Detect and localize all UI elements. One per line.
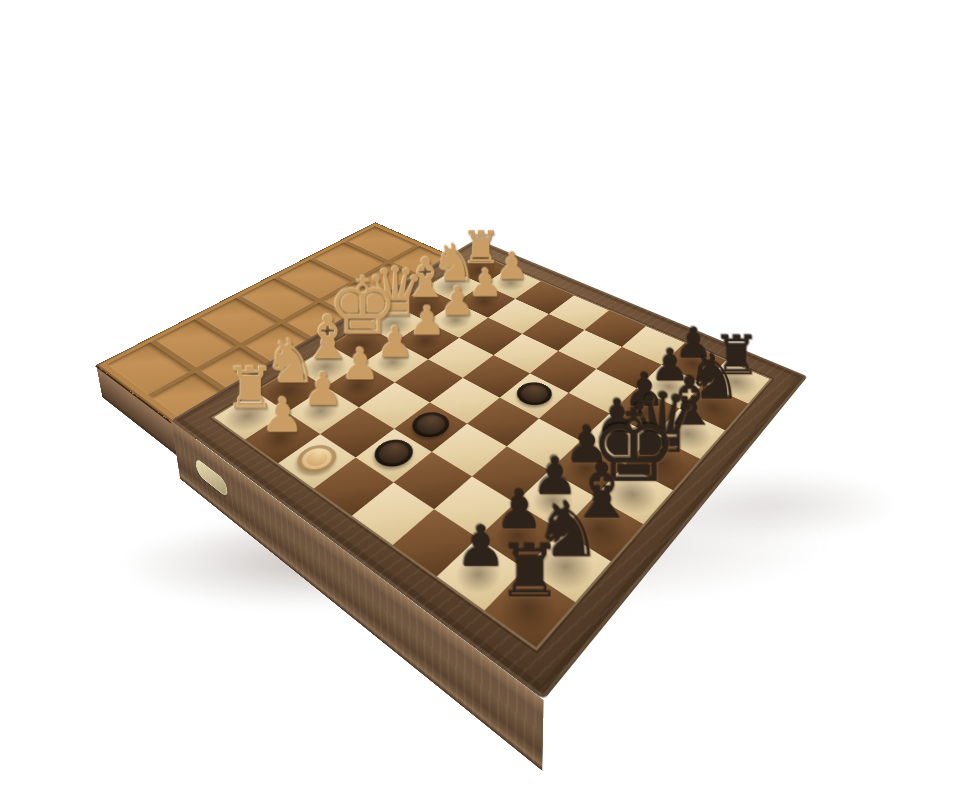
scene-3d: ♜♞♝♛♚♝♞♜♟♟♟♟♟♟♟♟♟♟♟♟♟♟♟♟♜♞♝♛♚♝♞♜: [0, 0, 980, 800]
brass-plaque: [195, 457, 229, 499]
piece-glyph: ♟: [261, 391, 304, 439]
piece-glyph: ♟: [302, 366, 343, 412]
chess-cabinet-box: ♜♞♝♛♚♝♞♜♟♟♟♟♟♟♟♟♟♟♟♟♟♟♟♟♜♞♝♛♚♝♞♜: [180, 286, 800, 771]
product-photo-chess-box: ♜♞♝♛♚♝♞♜♟♟♟♟♟♟♟♟♟♟♟♟♟♟♟♟♜♞♝♛♚♝♞♜: [0, 0, 980, 800]
piece-glyph: ♟: [340, 342, 380, 386]
piece-glyph: ♜: [497, 536, 562, 609]
